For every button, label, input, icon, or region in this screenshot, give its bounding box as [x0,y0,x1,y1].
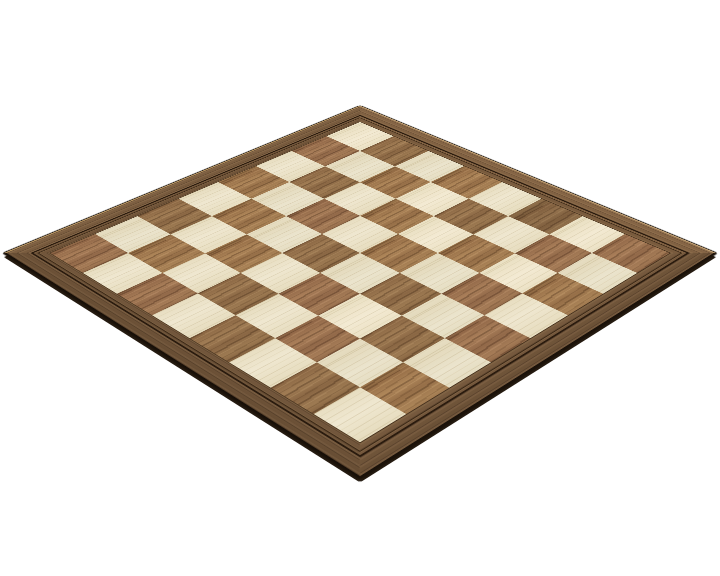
product-photo-background [0,0,720,576]
chess-board [4,106,717,479]
playing-area [50,122,669,442]
